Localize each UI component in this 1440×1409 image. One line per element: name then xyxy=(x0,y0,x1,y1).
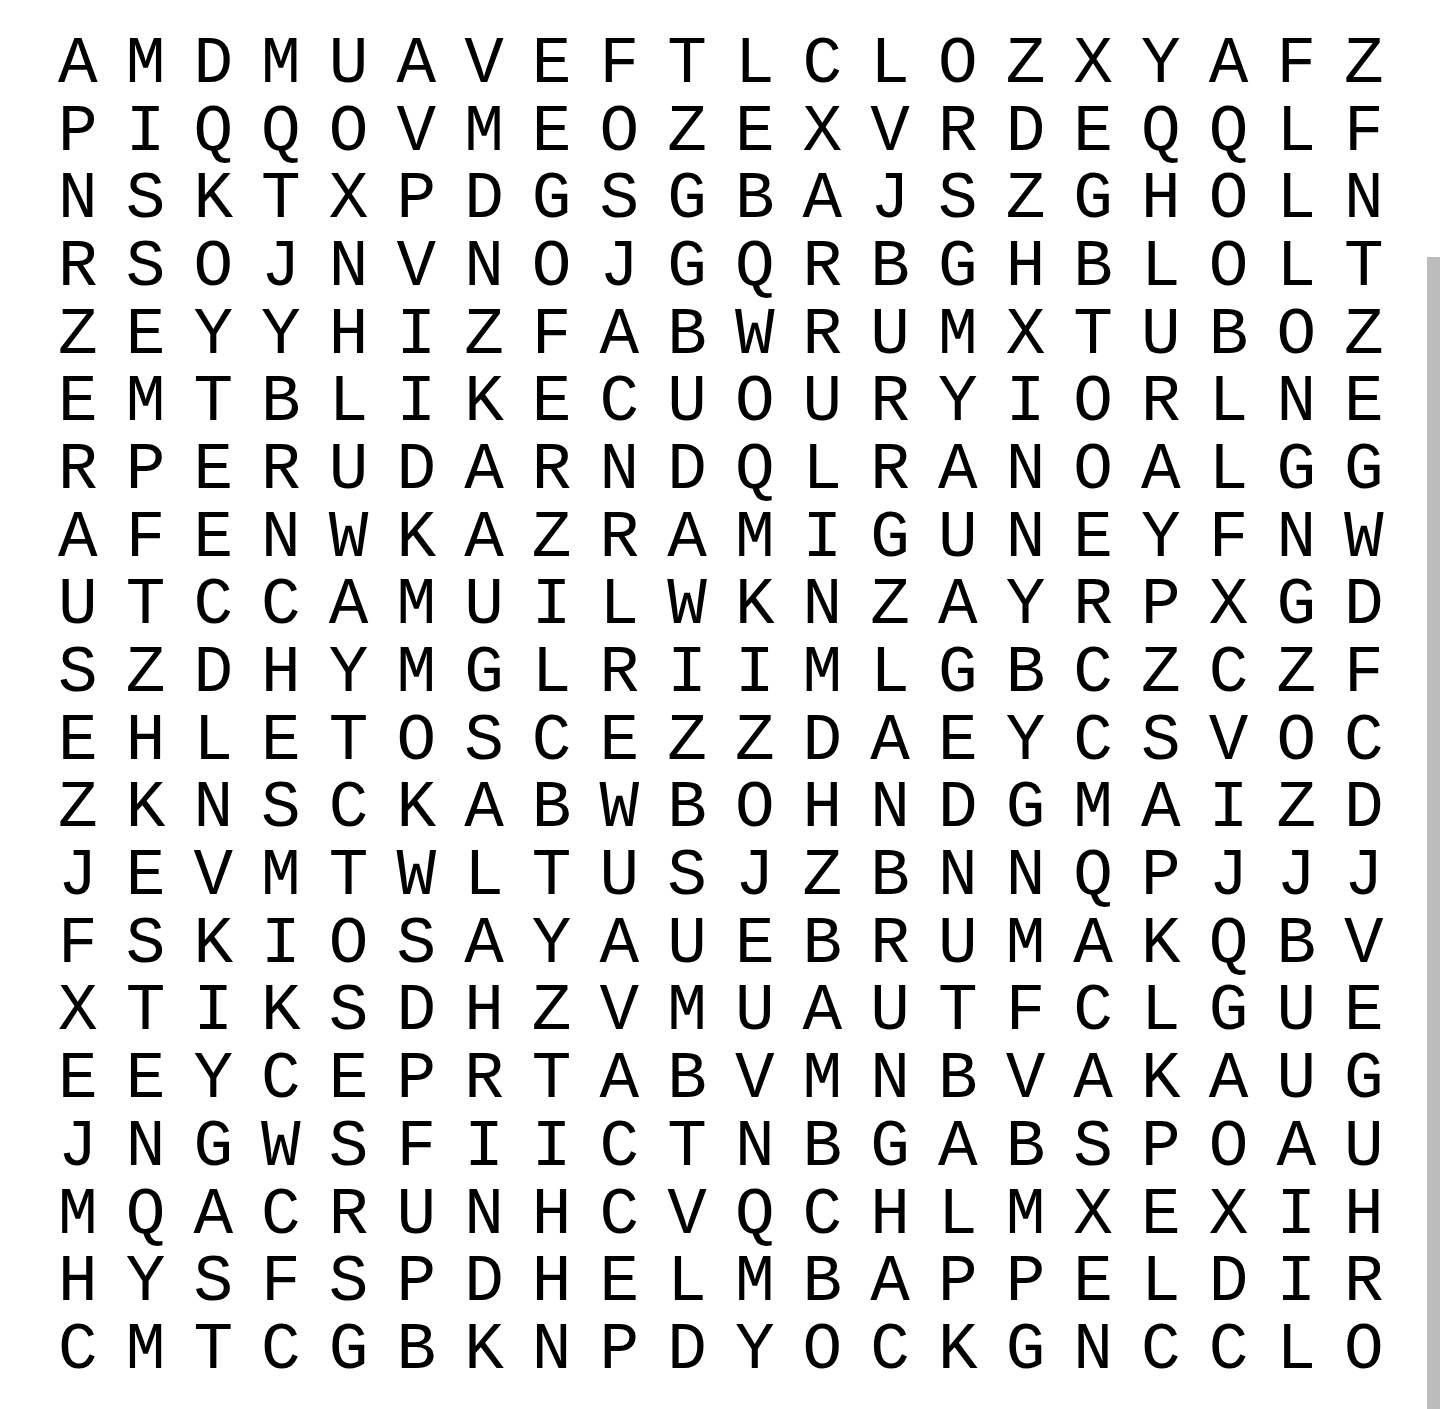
grid-cell[interactable]: Z xyxy=(1330,31,1398,99)
grid-cell[interactable]: R xyxy=(44,437,112,505)
grid-cell[interactable]: E xyxy=(247,708,315,776)
grid-cell[interactable]: O xyxy=(586,99,654,167)
grid-cell[interactable]: H xyxy=(315,302,383,370)
grid-cell[interactable]: I xyxy=(382,302,450,370)
grid-cell[interactable]: A xyxy=(586,911,654,979)
grid-cell[interactable]: J xyxy=(247,234,315,302)
grid-cell[interactable]: M xyxy=(112,31,180,99)
grid-cell[interactable]: N xyxy=(992,843,1060,911)
grid-cell[interactable]: D xyxy=(924,776,992,844)
grid-cell[interactable]: B xyxy=(653,302,721,370)
grid-cell[interactable]: E xyxy=(179,437,247,505)
grid-cell[interactable]: Y xyxy=(1127,505,1195,573)
grid-cell[interactable]: J xyxy=(1262,843,1330,911)
grid-cell[interactable]: K xyxy=(1127,1046,1195,1114)
grid-cell[interactable]: E xyxy=(1059,99,1127,167)
grid-cell[interactable]: E xyxy=(518,369,586,437)
grid-cell[interactable]: N xyxy=(315,234,383,302)
grid-cell[interactable]: E xyxy=(586,708,654,776)
grid-cell[interactable]: B xyxy=(1195,302,1263,370)
grid-cell[interactable]: K xyxy=(450,369,518,437)
grid-cell[interactable]: A xyxy=(44,31,112,99)
grid-cell[interactable]: I xyxy=(179,979,247,1047)
grid-cell[interactable]: C xyxy=(247,1046,315,1114)
grid-cell[interactable]: L xyxy=(179,708,247,776)
grid-cell[interactable]: C xyxy=(518,708,586,776)
grid-cell[interactable]: E xyxy=(44,708,112,776)
grid-cell[interactable]: G xyxy=(1330,437,1398,505)
grid-cell[interactable]: A xyxy=(924,1114,992,1182)
grid-cell[interactable]: S xyxy=(247,776,315,844)
grid-cell[interactable]: U xyxy=(653,369,721,437)
grid-cell[interactable]: E xyxy=(586,1249,654,1317)
grid-cell[interactable]: T xyxy=(112,573,180,641)
grid-cell[interactable]: V xyxy=(992,1046,1060,1114)
grid-cell[interactable]: F xyxy=(1330,640,1398,708)
grid-cell[interactable]: A xyxy=(924,437,992,505)
grid-cell[interactable]: G xyxy=(992,1317,1060,1385)
grid-cell[interactable]: M xyxy=(653,979,721,1047)
grid-cell[interactable]: C xyxy=(315,776,383,844)
grid-cell[interactable]: P xyxy=(992,1249,1060,1317)
grid-cell[interactable]: N xyxy=(247,505,315,573)
grid-cell[interactable]: N xyxy=(586,437,654,505)
grid-cell[interactable]: K xyxy=(112,776,180,844)
grid-cell[interactable]: O xyxy=(1262,302,1330,370)
grid-cell[interactable]: N xyxy=(924,843,992,911)
grid-cell[interactable]: D xyxy=(450,1249,518,1317)
grid-cell[interactable]: S xyxy=(315,979,383,1047)
grid-cell[interactable]: G xyxy=(653,166,721,234)
grid-cell[interactable]: W xyxy=(1330,505,1398,573)
grid-cell[interactable]: A xyxy=(789,979,857,1047)
grid-cell[interactable]: W xyxy=(315,505,383,573)
grid-cell[interactable]: G xyxy=(856,505,924,573)
grid-cell[interactable]: F xyxy=(112,505,180,573)
grid-cell[interactable]: O xyxy=(924,31,992,99)
grid-cell[interactable]: D xyxy=(450,166,518,234)
grid-cell[interactable]: Z xyxy=(450,302,518,370)
grid-cell[interactable]: V xyxy=(382,234,450,302)
grid-cell[interactable]: A xyxy=(179,1182,247,1250)
grid-cell[interactable]: G xyxy=(992,776,1060,844)
grid-cell[interactable]: Y xyxy=(112,1249,180,1317)
grid-cell[interactable]: X xyxy=(992,302,1060,370)
grid-cell[interactable]: O xyxy=(315,911,383,979)
grid-cell[interactable]: M xyxy=(112,1317,180,1385)
grid-cell[interactable]: I xyxy=(518,1114,586,1182)
grid-cell[interactable]: E xyxy=(518,99,586,167)
grid-cell[interactable]: X xyxy=(1195,573,1263,641)
grid-cell[interactable]: L xyxy=(1127,234,1195,302)
grid-cell[interactable]: J xyxy=(721,843,789,911)
grid-cell[interactable]: V xyxy=(179,843,247,911)
grid-cell[interactable]: E xyxy=(1330,979,1398,1047)
grid-cell[interactable]: E xyxy=(315,1046,383,1114)
grid-cell[interactable]: R xyxy=(247,437,315,505)
grid-cell[interactable]: B xyxy=(924,1046,992,1114)
grid-cell[interactable]: F xyxy=(1262,31,1330,99)
grid-cell[interactable]: E xyxy=(44,1046,112,1114)
grid-cell[interactable]: U xyxy=(315,31,383,99)
grid-cell[interactable]: K xyxy=(450,1317,518,1385)
grid-cell[interactable]: F xyxy=(1195,505,1263,573)
grid-cell[interactable]: M xyxy=(450,99,518,167)
grid-cell[interactable]: S xyxy=(44,640,112,708)
grid-cell[interactable]: R xyxy=(856,911,924,979)
grid-cell[interactable]: I xyxy=(721,640,789,708)
grid-cell[interactable]: E xyxy=(179,505,247,573)
grid-cell[interactable]: B xyxy=(653,776,721,844)
grid-cell[interactable]: V xyxy=(1195,708,1263,776)
grid-cell[interactable]: S xyxy=(586,166,654,234)
grid-cell[interactable]: U xyxy=(1262,1046,1330,1114)
grid-cell[interactable]: C xyxy=(247,573,315,641)
grid-cell[interactable]: N xyxy=(1262,505,1330,573)
grid-cell[interactable]: Z xyxy=(1262,640,1330,708)
grid-cell[interactable]: B xyxy=(789,911,857,979)
grid-cell[interactable]: G xyxy=(518,166,586,234)
grid-cell[interactable]: A xyxy=(1127,437,1195,505)
grid-cell[interactable]: L xyxy=(586,573,654,641)
grid-cell[interactable]: Y xyxy=(518,911,586,979)
grid-cell[interactable]: T xyxy=(518,1046,586,1114)
grid-cell[interactable]: T xyxy=(653,31,721,99)
grid-cell[interactable]: X xyxy=(44,979,112,1047)
grid-cell[interactable]: P xyxy=(382,166,450,234)
grid-cell[interactable]: D xyxy=(789,708,857,776)
grid-cell[interactable]: E xyxy=(1059,505,1127,573)
grid-cell[interactable]: H xyxy=(112,708,180,776)
grid-cell[interactable]: R xyxy=(856,369,924,437)
grid-cell[interactable]: N xyxy=(450,234,518,302)
grid-cell[interactable]: D xyxy=(1195,1249,1263,1317)
grid-cell[interactable]: A xyxy=(450,505,518,573)
grid-cell[interactable]: A xyxy=(586,1046,654,1114)
grid-cell[interactable]: C xyxy=(1059,979,1127,1047)
grid-cell[interactable]: R xyxy=(789,302,857,370)
grid-cell[interactable]: G xyxy=(1059,166,1127,234)
grid-cell[interactable]: G xyxy=(1330,1046,1398,1114)
grid-cell[interactable]: N xyxy=(44,166,112,234)
grid-cell[interactable]: L xyxy=(653,1249,721,1317)
grid-cell[interactable]: I xyxy=(1262,1182,1330,1250)
grid-cell[interactable]: C xyxy=(247,1317,315,1385)
grid-cell[interactable]: O xyxy=(1262,708,1330,776)
grid-cell[interactable]: M xyxy=(924,302,992,370)
grid-cell[interactable]: M xyxy=(992,1182,1060,1250)
grid-cell[interactable]: B xyxy=(992,640,1060,708)
grid-cell[interactable]: R xyxy=(856,437,924,505)
grid-cell[interactable]: Q xyxy=(179,99,247,167)
grid-cell[interactable]: A xyxy=(1127,776,1195,844)
grid-cell[interactable]: J xyxy=(1330,843,1398,911)
grid-cell[interactable]: B xyxy=(789,1249,857,1317)
grid-cell[interactable]: K xyxy=(382,776,450,844)
grid-cell[interactable]: S xyxy=(1127,708,1195,776)
grid-cell[interactable]: K xyxy=(179,166,247,234)
grid-cell[interactable]: A xyxy=(586,302,654,370)
grid-cell[interactable]: C xyxy=(856,1317,924,1385)
grid-cell[interactable]: D xyxy=(653,437,721,505)
grid-cell[interactable]: K xyxy=(721,573,789,641)
grid-cell[interactable]: S xyxy=(382,911,450,979)
grid-cell[interactable]: J xyxy=(44,1114,112,1182)
grid-cell[interactable]: L xyxy=(721,31,789,99)
grid-cell[interactable]: E xyxy=(518,31,586,99)
grid-cell[interactable]: T xyxy=(1330,234,1398,302)
grid-cell[interactable]: N xyxy=(1059,1317,1127,1385)
grid-cell[interactable]: L xyxy=(315,369,383,437)
grid-cell[interactable]: B xyxy=(518,776,586,844)
grid-cell[interactable]: D xyxy=(382,979,450,1047)
grid-cell[interactable]: B xyxy=(789,1114,857,1182)
grid-cell[interactable]: A xyxy=(1195,31,1263,99)
grid-cell[interactable]: U xyxy=(382,1182,450,1250)
grid-cell[interactable]: A xyxy=(315,573,383,641)
vertical-scrollbar-track[interactable] xyxy=(1427,0,1440,1409)
grid-cell[interactable]: E xyxy=(924,708,992,776)
grid-cell[interactable]: M xyxy=(1059,776,1127,844)
grid-cell[interactable]: M xyxy=(992,911,1060,979)
grid-cell[interactable]: U xyxy=(856,302,924,370)
grid-cell[interactable]: S xyxy=(179,1249,247,1317)
grid-cell[interactable]: N xyxy=(179,776,247,844)
grid-cell[interactable]: K xyxy=(1127,911,1195,979)
grid-cell[interactable]: R xyxy=(315,1182,383,1250)
grid-cell[interactable]: R xyxy=(450,1046,518,1114)
grid-cell[interactable]: T xyxy=(653,1114,721,1182)
grid-cell[interactable]: Q xyxy=(721,437,789,505)
grid-cell[interactable]: U xyxy=(450,573,518,641)
grid-cell[interactable]: D xyxy=(382,437,450,505)
grid-cell[interactable]: L xyxy=(1195,437,1263,505)
grid-cell[interactable]: X xyxy=(789,99,857,167)
grid-cell[interactable]: T xyxy=(518,843,586,911)
grid-cell[interactable]: N xyxy=(992,437,1060,505)
grid-cell[interactable]: P xyxy=(44,99,112,167)
grid-cell[interactable]: V xyxy=(721,1046,789,1114)
grid-cell[interactable]: R xyxy=(789,234,857,302)
grid-cell[interactable]: R xyxy=(1127,369,1195,437)
grid-cell[interactable]: B xyxy=(1262,911,1330,979)
grid-cell[interactable]: P xyxy=(1127,843,1195,911)
grid-cell[interactable]: L xyxy=(1262,1317,1330,1385)
grid-cell[interactable]: I xyxy=(112,99,180,167)
grid-cell[interactable]: U xyxy=(315,437,383,505)
grid-cell[interactable]: G xyxy=(179,1114,247,1182)
grid-cell[interactable]: M xyxy=(789,1046,857,1114)
grid-cell[interactable]: A xyxy=(450,911,518,979)
grid-cell[interactable]: Z xyxy=(44,776,112,844)
grid-cell[interactable]: V xyxy=(450,31,518,99)
grid-cell[interactable]: Q xyxy=(1195,99,1263,167)
grid-cell[interactable]: Z xyxy=(518,979,586,1047)
grid-cell[interactable]: T xyxy=(1059,302,1127,370)
grid-cell[interactable]: J xyxy=(1195,843,1263,911)
grid-cell[interactable]: Z xyxy=(1262,776,1330,844)
grid-cell[interactable]: F xyxy=(586,31,654,99)
grid-cell[interactable]: O xyxy=(1195,1114,1263,1182)
grid-cell[interactable]: U xyxy=(856,979,924,1047)
grid-cell[interactable]: S xyxy=(112,911,180,979)
grid-cell[interactable]: N xyxy=(518,1317,586,1385)
grid-cell[interactable]: N xyxy=(450,1182,518,1250)
grid-cell[interactable]: G xyxy=(1262,437,1330,505)
grid-cell[interactable]: U xyxy=(653,911,721,979)
grid-cell[interactable]: O xyxy=(179,234,247,302)
grid-cell[interactable]: P xyxy=(382,1249,450,1317)
grid-cell[interactable]: C xyxy=(1330,708,1398,776)
grid-cell[interactable]: T xyxy=(247,166,315,234)
grid-cell[interactable]: H xyxy=(1127,166,1195,234)
grid-cell[interactable]: A xyxy=(382,31,450,99)
grid-cell[interactable]: A xyxy=(1262,1114,1330,1182)
grid-cell[interactable]: U xyxy=(721,979,789,1047)
grid-cell[interactable]: M xyxy=(382,640,450,708)
grid-cell[interactable]: G xyxy=(450,640,518,708)
grid-cell[interactable]: L xyxy=(856,31,924,99)
grid-cell[interactable]: Q xyxy=(721,1182,789,1250)
grid-cell[interactable]: O xyxy=(1330,1317,1398,1385)
grid-cell[interactable]: W xyxy=(586,776,654,844)
grid-cell[interactable]: F xyxy=(44,911,112,979)
grid-cell[interactable]: A xyxy=(1059,1046,1127,1114)
grid-cell[interactable]: L xyxy=(1195,369,1263,437)
grid-cell[interactable]: H xyxy=(992,234,1060,302)
grid-cell[interactable]: E xyxy=(112,1046,180,1114)
grid-cell[interactable]: A xyxy=(924,573,992,641)
grid-cell[interactable]: A xyxy=(856,1249,924,1317)
grid-cell[interactable]: Z xyxy=(992,166,1060,234)
grid-cell[interactable]: N xyxy=(112,1114,180,1182)
grid-cell[interactable]: U xyxy=(1262,979,1330,1047)
grid-cell[interactable]: Q xyxy=(247,99,315,167)
grid-cell[interactable]: E xyxy=(721,99,789,167)
grid-cell[interactable]: T xyxy=(315,843,383,911)
grid-cell[interactable]: N xyxy=(1330,166,1398,234)
grid-cell[interactable]: E xyxy=(1330,369,1398,437)
grid-cell[interactable]: A xyxy=(789,166,857,234)
grid-cell[interactable]: Z xyxy=(992,31,1060,99)
grid-cell[interactable]: H xyxy=(518,1249,586,1317)
grid-cell[interactable]: V xyxy=(653,1182,721,1250)
grid-cell[interactable]: O xyxy=(721,776,789,844)
grid-cell[interactable]: S xyxy=(112,166,180,234)
grid-cell[interactable]: J xyxy=(586,234,654,302)
grid-cell[interactable]: H xyxy=(1330,1182,1398,1250)
grid-cell[interactable]: M xyxy=(247,31,315,99)
grid-cell[interactable]: B xyxy=(247,369,315,437)
vertical-scrollbar-thumb[interactable] xyxy=(1427,257,1440,1409)
grid-cell[interactable]: C xyxy=(247,1182,315,1250)
grid-cell[interactable]: C xyxy=(1059,708,1127,776)
grid-cell[interactable]: T xyxy=(179,369,247,437)
grid-cell[interactable]: O xyxy=(518,234,586,302)
grid-cell[interactable]: H xyxy=(856,1182,924,1250)
grid-cell[interactable]: O xyxy=(789,1317,857,1385)
grid-cell[interactable]: L xyxy=(924,1182,992,1250)
grid-cell[interactable]: E xyxy=(721,911,789,979)
grid-cell[interactable]: V xyxy=(586,979,654,1047)
grid-cell[interactable]: L xyxy=(856,640,924,708)
grid-cell[interactable]: W xyxy=(382,843,450,911)
grid-cell[interactable]: Z xyxy=(112,640,180,708)
grid-cell[interactable]: B xyxy=(1059,234,1127,302)
grid-cell[interactable]: O xyxy=(1195,166,1263,234)
grid-cell[interactable]: I xyxy=(1262,1249,1330,1317)
grid-cell[interactable]: L xyxy=(1127,1249,1195,1317)
grid-cell[interactable]: C xyxy=(1195,1317,1263,1385)
grid-cell[interactable]: M xyxy=(789,640,857,708)
grid-cell[interactable]: A xyxy=(1195,1046,1263,1114)
grid-cell[interactable]: B xyxy=(721,166,789,234)
grid-cell[interactable]: X xyxy=(1195,1182,1263,1250)
grid-cell[interactable]: R xyxy=(518,437,586,505)
grid-cell[interactable]: H xyxy=(789,776,857,844)
grid-cell[interactable]: I xyxy=(518,573,586,641)
grid-cell[interactable]: L xyxy=(789,437,857,505)
grid-cell[interactable]: A xyxy=(1059,911,1127,979)
grid-cell[interactable]: U xyxy=(789,369,857,437)
grid-cell[interactable]: S xyxy=(315,1249,383,1317)
grid-cell[interactable]: F xyxy=(1330,99,1398,167)
grid-cell[interactable]: J xyxy=(856,166,924,234)
grid-cell[interactable]: C xyxy=(179,573,247,641)
grid-cell[interactable]: P xyxy=(112,437,180,505)
grid-cell[interactable]: T xyxy=(112,979,180,1047)
grid-cell[interactable]: W xyxy=(653,573,721,641)
grid-cell[interactable]: P xyxy=(1127,1114,1195,1182)
grid-cell[interactable]: K xyxy=(179,911,247,979)
grid-cell[interactable]: L xyxy=(1127,979,1195,1047)
grid-cell[interactable]: D xyxy=(1330,776,1398,844)
grid-cell[interactable]: M xyxy=(382,573,450,641)
grid-cell[interactable]: F xyxy=(992,979,1060,1047)
grid-cell[interactable]: Y xyxy=(924,369,992,437)
grid-cell[interactable]: L xyxy=(1262,99,1330,167)
grid-cell[interactable]: R xyxy=(924,99,992,167)
grid-cell[interactable]: U xyxy=(924,911,992,979)
grid-cell[interactable]: P xyxy=(382,1046,450,1114)
grid-cell[interactable]: O xyxy=(315,99,383,167)
grid-cell[interactable]: O xyxy=(1195,234,1263,302)
grid-cell[interactable]: U xyxy=(924,505,992,573)
grid-cell[interactable]: C xyxy=(586,1182,654,1250)
grid-cell[interactable]: E xyxy=(1059,1249,1127,1317)
grid-cell[interactable]: E xyxy=(112,302,180,370)
grid-cell[interactable]: V xyxy=(856,99,924,167)
grid-cell[interactable]: I xyxy=(992,369,1060,437)
grid-cell[interactable]: D xyxy=(1330,573,1398,641)
grid-cell[interactable]: N xyxy=(856,776,924,844)
grid-cell[interactable]: G xyxy=(315,1317,383,1385)
grid-cell[interactable]: L xyxy=(450,843,518,911)
grid-cell[interactable]: Z xyxy=(1330,302,1398,370)
grid-cell[interactable]: D xyxy=(653,1317,721,1385)
grid-cell[interactable]: N xyxy=(721,1114,789,1182)
grid-cell[interactable]: Z xyxy=(856,573,924,641)
grid-cell[interactable]: C xyxy=(789,1182,857,1250)
grid-cell[interactable]: T xyxy=(179,1317,247,1385)
grid-cell[interactable]: E xyxy=(112,843,180,911)
grid-cell[interactable]: G xyxy=(1262,573,1330,641)
grid-cell[interactable]: A xyxy=(44,505,112,573)
grid-cell[interactable]: G xyxy=(1195,979,1263,1047)
grid-cell[interactable]: I xyxy=(1195,776,1263,844)
grid-cell[interactable]: Y xyxy=(1127,31,1195,99)
grid-cell[interactable]: R xyxy=(586,505,654,573)
